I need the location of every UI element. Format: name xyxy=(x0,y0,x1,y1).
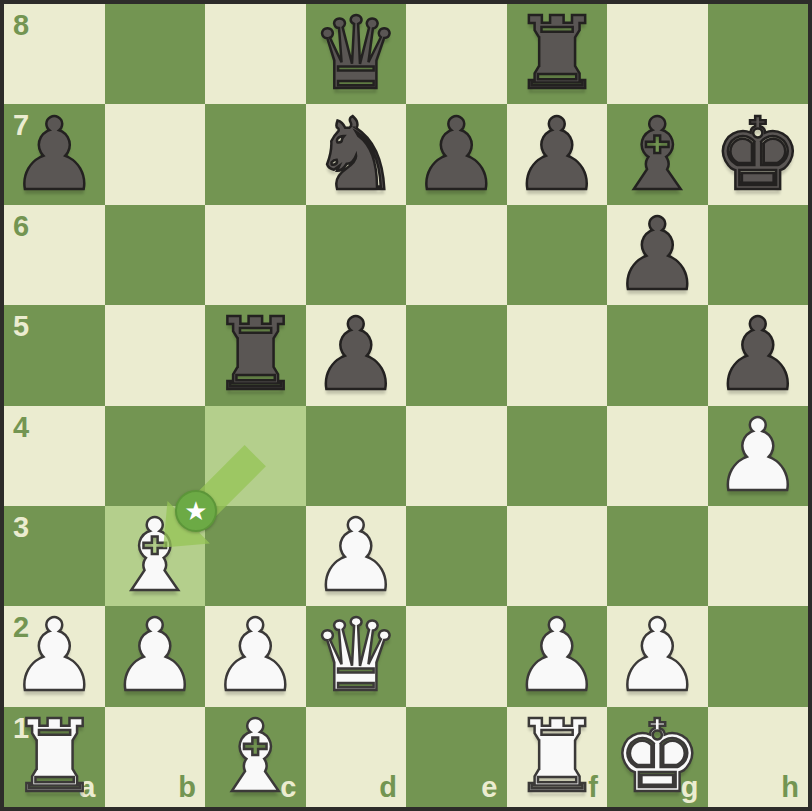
square-g5[interactable] xyxy=(607,305,708,405)
piece-white-king[interactable]: ♚ xyxy=(612,707,702,807)
square-e4[interactable] xyxy=(406,406,507,506)
square-h8[interactable] xyxy=(708,4,809,104)
piece-white-rook[interactable]: ♜ xyxy=(9,707,99,807)
square-c8[interactable] xyxy=(205,4,306,104)
piece-white-pawn[interactable]: ♟ xyxy=(210,606,300,706)
square-f3[interactable] xyxy=(507,506,608,606)
file-label-d: d xyxy=(379,773,397,802)
square-b7[interactable] xyxy=(105,104,206,204)
piece-black-knight[interactable]: ♞ xyxy=(311,105,401,205)
square-d5[interactable]: ♟ xyxy=(306,305,407,405)
square-b6[interactable] xyxy=(105,205,206,305)
square-d8[interactable]: ♛ xyxy=(306,4,407,104)
square-f6[interactable] xyxy=(507,205,608,305)
rank-label-6: 6 xyxy=(13,212,29,241)
square-h7[interactable]: ♚ xyxy=(708,104,809,204)
piece-black-queen[interactable]: ♛ xyxy=(311,4,401,104)
square-f2[interactable]: ♟ xyxy=(507,606,608,706)
piece-white-rook[interactable]: ♜ xyxy=(512,707,602,807)
square-c7[interactable] xyxy=(205,104,306,204)
piece-black-pawn[interactable]: ♟ xyxy=(612,205,702,305)
square-e1[interactable]: e xyxy=(406,707,507,807)
star-icon: ★ xyxy=(184,498,207,524)
square-f4[interactable] xyxy=(507,406,608,506)
square-h4[interactable]: ♟ xyxy=(708,406,809,506)
square-a2[interactable]: 2♟ xyxy=(4,606,105,706)
square-a1[interactable]: 1a♜ xyxy=(4,707,105,807)
piece-black-bishop[interactable]: ♝ xyxy=(612,105,702,205)
rank-label-5: 5 xyxy=(13,312,29,341)
piece-black-rook[interactable]: ♜ xyxy=(512,4,602,104)
piece-white-bishop[interactable]: ♝ xyxy=(210,707,300,807)
piece-black-rook[interactable]: ♜ xyxy=(210,305,300,405)
square-c4[interactable] xyxy=(205,406,306,506)
piece-black-pawn[interactable]: ♟ xyxy=(311,305,401,405)
square-h2[interactable] xyxy=(708,606,809,706)
square-c2[interactable]: ♟ xyxy=(205,606,306,706)
square-e5[interactable] xyxy=(406,305,507,405)
square-b8[interactable] xyxy=(105,4,206,104)
square-a4[interactable]: 4 xyxy=(4,406,105,506)
square-g2[interactable]: ♟ xyxy=(607,606,708,706)
file-label-b: b xyxy=(178,773,196,802)
square-e2[interactable] xyxy=(406,606,507,706)
square-h1[interactable]: h xyxy=(708,707,809,807)
square-d1[interactable]: d xyxy=(306,707,407,807)
square-b5[interactable] xyxy=(105,305,206,405)
square-g4[interactable] xyxy=(607,406,708,506)
square-a3[interactable]: 3 xyxy=(4,506,105,606)
best-move-badge: ★ xyxy=(175,490,217,532)
square-a5[interactable]: 5 xyxy=(4,305,105,405)
chess-board-window: 8♛♜7♟♞♟♟♝♚6♟5♜♟♟4♟3♝♟2♟♟♟♛♟♟1a♜bc♝def♜g♚… xyxy=(0,0,812,811)
piece-black-king[interactable]: ♚ xyxy=(713,105,803,205)
square-f1[interactable]: f♜ xyxy=(507,707,608,807)
square-b1[interactable]: b xyxy=(105,707,206,807)
piece-white-pawn[interactable]: ♟ xyxy=(110,606,200,706)
square-e7[interactable]: ♟ xyxy=(406,104,507,204)
piece-white-pawn[interactable]: ♟ xyxy=(512,606,602,706)
square-f7[interactable]: ♟ xyxy=(507,104,608,204)
square-a8[interactable]: 8 xyxy=(4,4,105,104)
square-g6[interactable]: ♟ xyxy=(607,205,708,305)
square-e3[interactable] xyxy=(406,506,507,606)
square-g8[interactable] xyxy=(607,4,708,104)
rank-label-8: 8 xyxy=(13,11,29,40)
file-label-h: h xyxy=(781,773,799,802)
piece-black-pawn[interactable]: ♟ xyxy=(411,105,501,205)
piece-black-pawn[interactable]: ♟ xyxy=(9,105,99,205)
square-c6[interactable] xyxy=(205,205,306,305)
square-d6[interactable] xyxy=(306,205,407,305)
piece-white-pawn[interactable]: ♟ xyxy=(713,406,803,506)
square-d7[interactable]: ♞ xyxy=(306,104,407,204)
piece-black-pawn[interactable]: ♟ xyxy=(713,305,803,405)
square-g7[interactable]: ♝ xyxy=(607,104,708,204)
square-c1[interactable]: c♝ xyxy=(205,707,306,807)
square-f5[interactable] xyxy=(507,305,608,405)
square-e8[interactable] xyxy=(406,4,507,104)
square-h5[interactable]: ♟ xyxy=(708,305,809,405)
square-a6[interactable]: 6 xyxy=(4,205,105,305)
rank-label-4: 4 xyxy=(13,413,29,442)
square-b2[interactable]: ♟ xyxy=(105,606,206,706)
square-h3[interactable] xyxy=(708,506,809,606)
square-e6[interactable] xyxy=(406,205,507,305)
piece-white-pawn[interactable]: ♟ xyxy=(612,606,702,706)
file-label-e: e xyxy=(481,773,497,802)
piece-black-pawn[interactable]: ♟ xyxy=(512,105,602,205)
square-f8[interactable]: ♜ xyxy=(507,4,608,104)
square-c5[interactable]: ♜ xyxy=(205,305,306,405)
piece-white-queen[interactable]: ♛ xyxy=(311,606,401,706)
square-d4[interactable] xyxy=(306,406,407,506)
square-g1[interactable]: g♚ xyxy=(607,707,708,807)
square-h6[interactable] xyxy=(708,205,809,305)
rank-label-3: 3 xyxy=(13,513,29,542)
square-d2[interactable]: ♛ xyxy=(306,606,407,706)
square-d3[interactable]: ♟ xyxy=(306,506,407,606)
piece-white-pawn[interactable]: ♟ xyxy=(9,606,99,706)
square-c3[interactable] xyxy=(205,506,306,606)
piece-white-pawn[interactable]: ♟ xyxy=(311,506,401,606)
square-a7[interactable]: 7♟ xyxy=(4,104,105,204)
chess-board: 8♛♜7♟♞♟♟♝♚6♟5♜♟♟4♟3♝♟2♟♟♟♛♟♟1a♜bc♝def♜g♚… xyxy=(0,0,812,811)
square-g3[interactable] xyxy=(607,506,708,606)
